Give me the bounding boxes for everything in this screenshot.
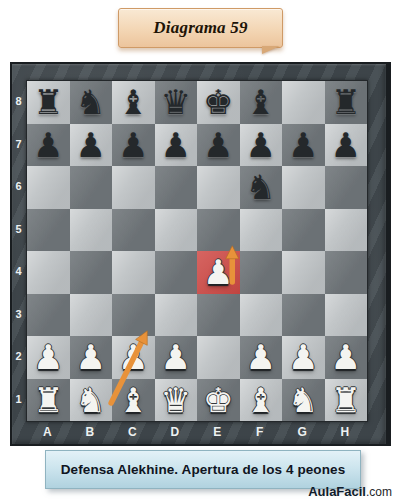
square-a2: ♟ bbox=[27, 336, 70, 379]
black-pawn-c7: ♟ bbox=[112, 124, 155, 167]
square-g8 bbox=[282, 81, 325, 124]
rank-label-3: 3 bbox=[12, 293, 25, 336]
square-b6 bbox=[70, 166, 113, 209]
square-c8: ♝ bbox=[112, 81, 155, 124]
square-b7: ♟ bbox=[70, 124, 113, 167]
square-d2: ♟ bbox=[155, 336, 198, 379]
square-g2: ♟ bbox=[282, 336, 325, 379]
file-label-d: D bbox=[154, 423, 197, 441]
square-a7: ♟ bbox=[27, 124, 70, 167]
rank-label-7: 7 bbox=[12, 123, 25, 166]
file-label-g: G bbox=[281, 423, 324, 441]
square-c5 bbox=[112, 209, 155, 252]
black-bishop-c8: ♝ bbox=[112, 81, 155, 124]
black-pawn-d7: ♟ bbox=[155, 124, 198, 167]
black-pawn-h7: ♟ bbox=[325, 124, 368, 167]
white-knight-b1: ♞ bbox=[70, 379, 113, 422]
site-brand-suffix: .com bbox=[366, 485, 392, 499]
square-f8: ♝ bbox=[240, 81, 283, 124]
square-d8: ♛ bbox=[155, 81, 198, 124]
rank-label-1: 1 bbox=[12, 378, 25, 421]
square-a4 bbox=[27, 251, 70, 294]
square-h8: ♜ bbox=[325, 81, 368, 124]
file-label-f: F bbox=[239, 423, 282, 441]
square-f2: ♟ bbox=[240, 336, 283, 379]
square-a8: ♜ bbox=[27, 81, 70, 124]
square-f5 bbox=[240, 209, 283, 252]
white-bishop-f1: ♝ bbox=[240, 379, 283, 422]
black-pawn-e7: ♟ bbox=[197, 124, 240, 167]
square-f4 bbox=[240, 251, 283, 294]
square-e3 bbox=[197, 294, 240, 337]
square-e5 bbox=[197, 209, 240, 252]
square-g1: ♞ bbox=[282, 379, 325, 422]
square-a1: ♜ bbox=[27, 379, 70, 422]
square-b1: ♞ bbox=[70, 379, 113, 422]
file-label-e: E bbox=[196, 423, 239, 441]
rank-labels: 87654321 bbox=[12, 80, 26, 420]
rank-label-8: 8 bbox=[12, 80, 25, 123]
square-b5 bbox=[70, 209, 113, 252]
square-c7: ♟ bbox=[112, 124, 155, 167]
file-label-h: H bbox=[324, 423, 367, 441]
site-brand: AulaFacil.com bbox=[308, 484, 392, 499]
white-bishop-c1: ♝ bbox=[112, 379, 155, 422]
square-a5 bbox=[27, 209, 70, 252]
rank-label-4: 4 bbox=[12, 250, 25, 293]
square-h6 bbox=[325, 166, 368, 209]
square-a3 bbox=[27, 294, 70, 337]
black-king-e8: ♚ bbox=[197, 81, 240, 124]
square-b8: ♞ bbox=[70, 81, 113, 124]
white-pawn-c2: ♟ bbox=[112, 336, 155, 379]
square-g3 bbox=[282, 294, 325, 337]
square-e4: ♟ bbox=[197, 251, 240, 294]
black-pawn-a7: ♟ bbox=[27, 124, 70, 167]
square-h2: ♟ bbox=[325, 336, 368, 379]
file-labels: ABCDEFGH bbox=[26, 423, 366, 441]
black-knight-f6: ♞ bbox=[240, 166, 283, 209]
black-bishop-f8: ♝ bbox=[240, 81, 283, 124]
chess-board: ♜♞♝♛♚♝♜♟♟♟♟♟♟♟♟♞♟♟♟♟♟♟♟♟♜♞♝♛♚♝♞♜ bbox=[26, 80, 368, 422]
square-e1: ♚ bbox=[197, 379, 240, 422]
white-king-e1: ♚ bbox=[197, 379, 240, 422]
square-b4 bbox=[70, 251, 113, 294]
black-queen-d8: ♛ bbox=[155, 81, 198, 124]
black-pawn-b7: ♟ bbox=[70, 124, 113, 167]
black-rook-h8: ♜ bbox=[325, 81, 368, 124]
white-rook-h1: ♜ bbox=[325, 379, 368, 422]
square-h5 bbox=[325, 209, 368, 252]
square-e2 bbox=[197, 336, 240, 379]
square-b3 bbox=[70, 294, 113, 337]
white-pawn-d2: ♟ bbox=[155, 336, 198, 379]
rank-label-2: 2 bbox=[12, 335, 25, 378]
caption-text: Defensa Alekhine. Apertura de los 4 peon… bbox=[46, 451, 360, 488]
board-squares: ♜♞♝♛♚♝♜♟♟♟♟♟♟♟♟♞♟♟♟♟♟♟♟♟♜♞♝♛♚♝♞♜ bbox=[27, 81, 367, 421]
square-c4 bbox=[112, 251, 155, 294]
chess-board-frame: 87654321 ♜♞♝♛♚♝♜♟♟♟♟♟♟♟♟♞♟♟♟♟♟♟♟♟♜♞♝♛♚♝♞… bbox=[10, 62, 391, 446]
file-label-c: C bbox=[111, 423, 154, 441]
square-e6 bbox=[197, 166, 240, 209]
rank-label-6: 6 bbox=[12, 165, 25, 208]
square-d3 bbox=[155, 294, 198, 337]
square-d1: ♛ bbox=[155, 379, 198, 422]
diagram-title-plaque: Diagrama 59 bbox=[118, 8, 283, 48]
square-g4 bbox=[282, 251, 325, 294]
square-g7: ♟ bbox=[282, 124, 325, 167]
square-c2: ♟ bbox=[112, 336, 155, 379]
square-c6 bbox=[112, 166, 155, 209]
black-knight-b8: ♞ bbox=[70, 81, 113, 124]
black-pawn-f7: ♟ bbox=[240, 124, 283, 167]
square-a6 bbox=[27, 166, 70, 209]
square-h4 bbox=[325, 251, 368, 294]
square-c3 bbox=[112, 294, 155, 337]
square-b2: ♟ bbox=[70, 336, 113, 379]
site-brand-name: AulaFacil bbox=[308, 484, 366, 499]
white-pawn-g2: ♟ bbox=[282, 336, 325, 379]
square-d7: ♟ bbox=[155, 124, 198, 167]
white-pawn-e4: ♟ bbox=[197, 251, 240, 294]
black-rook-a8: ♜ bbox=[27, 81, 70, 124]
white-pawn-h2: ♟ bbox=[325, 336, 368, 379]
file-label-a: A bbox=[26, 423, 69, 441]
square-g6 bbox=[282, 166, 325, 209]
white-pawn-a2: ♟ bbox=[27, 336, 70, 379]
square-d4 bbox=[155, 251, 198, 294]
square-f6: ♞ bbox=[240, 166, 283, 209]
diagram-title: Diagrama 59 bbox=[119, 9, 282, 47]
square-f3 bbox=[240, 294, 283, 337]
black-pawn-g7: ♟ bbox=[282, 124, 325, 167]
file-label-b: B bbox=[69, 423, 112, 441]
square-h1: ♜ bbox=[325, 379, 368, 422]
square-d6 bbox=[155, 166, 198, 209]
square-h3 bbox=[325, 294, 368, 337]
square-e7: ♟ bbox=[197, 124, 240, 167]
square-g5 bbox=[282, 209, 325, 252]
square-h7: ♟ bbox=[325, 124, 368, 167]
white-knight-g1: ♞ bbox=[282, 379, 325, 422]
white-queen-d1: ♛ bbox=[155, 379, 198, 422]
square-f1: ♝ bbox=[240, 379, 283, 422]
white-pawn-f2: ♟ bbox=[240, 336, 283, 379]
square-f7: ♟ bbox=[240, 124, 283, 167]
rank-label-5: 5 bbox=[12, 208, 25, 251]
square-d5 bbox=[155, 209, 198, 252]
white-rook-a1: ♜ bbox=[27, 379, 70, 422]
square-c1: ♝ bbox=[112, 379, 155, 422]
square-e8: ♚ bbox=[197, 81, 240, 124]
white-pawn-b2: ♟ bbox=[70, 336, 113, 379]
